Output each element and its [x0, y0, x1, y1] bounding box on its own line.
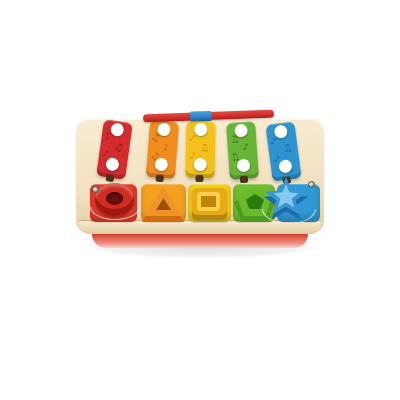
- music-note-glyph: ♪: [104, 131, 111, 141]
- music-note-glyph: ♪: [188, 133, 197, 143]
- bar-foot: [106, 174, 115, 182]
- music-note-glyph: ♫: [113, 141, 125, 153]
- bar-foot: [155, 175, 164, 183]
- xylophone-bar-green: ♪♫♪♫♪: [226, 121, 259, 180]
- peg-icon: [194, 123, 207, 136]
- peg-icon: [237, 159, 251, 173]
- peg-icon: [234, 124, 248, 138]
- screw-icon: [92, 186, 99, 193]
- mallet-grip-band: [190, 111, 212, 122]
- music-note-glyph: ♪: [270, 137, 277, 147]
- music-note-glyph: ♫: [199, 142, 209, 153]
- square-block: [192, 188, 227, 220]
- square-block-ring: [197, 192, 220, 211]
- peg-icon: [274, 124, 289, 139]
- music-note-glyph: ♪: [163, 143, 169, 152]
- bar-foot: [240, 176, 248, 184]
- circle-block-hole: [106, 192, 123, 205]
- music-note-glyph: ♪: [242, 142, 249, 152]
- bar-foot: [195, 175, 203, 182]
- xylophone-bar-orange: ♪♫♪♫♪: [146, 120, 179, 179]
- music-note-glyph: ♫: [281, 142, 293, 154]
- triangle-block: [142, 186, 184, 222]
- screw-icon: [308, 181, 315, 188]
- xylophone-bar-yellow: ♫♪♫♪♫: [186, 121, 216, 178]
- peg-icon: [157, 123, 171, 137]
